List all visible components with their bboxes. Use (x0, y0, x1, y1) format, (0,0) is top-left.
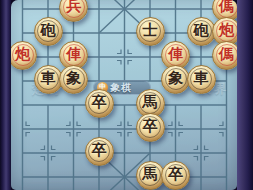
piece-character: 炮 (219, 20, 234, 39)
piece-black-soldier[interactable]: 卒 (85, 137, 114, 166)
piece-character: 象 (168, 68, 183, 87)
piece-black-soldier[interactable]: 卒 (85, 89, 114, 118)
app-logo-text: 象棋 (110, 81, 132, 95)
piece-character: 砲 (194, 20, 209, 39)
piece-character: 俥 (66, 44, 81, 63)
piece-character: 卒 (92, 140, 107, 159)
piece-character: 馬 (143, 164, 158, 183)
piece-black-chariot[interactable]: 車 (187, 65, 216, 94)
xiangqi-board[interactable]: 楚河 汉界 中 象棋 兵傌砲士砲炮炮俥俥傌車象象車卒馬卒卒馬卒 (11, 0, 237, 190)
piece-character: 兵 (66, 0, 81, 15)
piece-character: 車 (194, 68, 209, 87)
piece-black-advisor[interactable]: 士 (136, 17, 165, 46)
piece-character: 象 (66, 68, 81, 87)
piece-red-cannon[interactable]: 炮 (11, 41, 37, 70)
piece-character: 卒 (143, 116, 158, 135)
piece-character: 砲 (41, 20, 56, 39)
piece-character: 俥 (168, 44, 183, 63)
piece-character: 炮 (15, 44, 30, 63)
piece-character: 馬 (143, 92, 158, 111)
piece-black-cannon[interactable]: 砲 (34, 17, 63, 46)
piece-character: 卒 (168, 164, 183, 183)
piece-black-elephant[interactable]: 象 (161, 65, 190, 94)
board-frame-right (237, 0, 253, 190)
piece-character: 傌 (219, 44, 234, 63)
board-frame-left (0, 0, 11, 190)
piece-character: 卒 (92, 92, 107, 111)
piece-red-horse[interactable]: 傌 (212, 41, 237, 70)
xiangqi-game-screen: { "game": "xiangqi", "watermark": { "ico… (0, 0, 253, 190)
piece-character: 傌 (219, 0, 234, 15)
piece-black-soldier[interactable]: 卒 (136, 113, 165, 142)
piece-black-soldier[interactable]: 卒 (161, 161, 190, 190)
piece-character: 車 (41, 68, 56, 87)
piece-black-elephant[interactable]: 象 (59, 65, 88, 94)
piece-character: 士 (143, 20, 158, 39)
